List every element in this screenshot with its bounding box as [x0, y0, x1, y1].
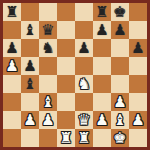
chess-board-frame: ♜♜♚♝♛♟♟♟♞♟♟♟♟♝♞♝♟♟♟♛♟♝♟♜♜♚ — [0, 0, 150, 150]
square-f5[interactable] — [93, 57, 111, 75]
square-a8[interactable]: ♜ — [3, 3, 21, 21]
square-b7[interactable]: ♝ — [21, 21, 39, 39]
square-g7[interactable]: ♟ — [111, 21, 129, 39]
black-pawn-icon: ♟ — [93, 21, 111, 39]
square-h8[interactable] — [129, 3, 147, 21]
square-d3[interactable] — [57, 93, 75, 111]
black-king-icon: ♚ — [111, 3, 129, 21]
square-d6[interactable] — [57, 39, 75, 57]
black-knight-icon: ♞ — [39, 39, 57, 57]
square-c5[interactable] — [39, 57, 57, 75]
square-d7[interactable] — [57, 21, 75, 39]
square-c1[interactable] — [39, 129, 57, 147]
square-e3[interactable] — [75, 93, 93, 111]
square-a2[interactable] — [3, 111, 21, 129]
square-b6[interactable] — [21, 39, 39, 57]
square-e2[interactable]: ♛ — [75, 111, 93, 129]
square-b2[interactable]: ♟ — [21, 111, 39, 129]
square-b8[interactable] — [21, 3, 39, 21]
black-rook-icon: ♜ — [93, 3, 111, 21]
square-a4[interactable] — [3, 75, 21, 93]
square-f8[interactable]: ♜ — [93, 3, 111, 21]
square-h5[interactable] — [129, 57, 147, 75]
square-b5[interactable]: ♟ — [21, 57, 39, 75]
square-a6[interactable]: ♟ — [3, 39, 21, 57]
square-h4[interactable] — [129, 75, 147, 93]
square-d1[interactable]: ♜ — [57, 129, 75, 147]
white-pawn-icon: ♟ — [3, 57, 21, 75]
square-e4[interactable]: ♞ — [75, 75, 93, 93]
square-h1[interactable] — [129, 129, 147, 147]
square-e1[interactable]: ♜ — [75, 129, 93, 147]
square-a5[interactable]: ♟ — [3, 57, 21, 75]
square-h6[interactable]: ♟ — [129, 39, 147, 57]
square-h7[interactable] — [129, 21, 147, 39]
square-h2[interactable]: ♟ — [129, 111, 147, 129]
white-rook-icon: ♜ — [75, 129, 93, 147]
white-pawn-icon: ♟ — [21, 111, 39, 129]
square-g6[interactable] — [111, 39, 129, 57]
square-f4[interactable] — [93, 75, 111, 93]
square-g5[interactable] — [111, 57, 129, 75]
square-d8[interactable] — [57, 3, 75, 21]
white-queen-icon: ♛ — [75, 111, 93, 129]
square-b1[interactable] — [21, 129, 39, 147]
white-knight-icon: ♞ — [75, 75, 93, 93]
white-pawn-icon: ♟ — [111, 93, 129, 111]
black-pawn-icon: ♟ — [21, 57, 39, 75]
black-pawn-icon: ♟ — [129, 39, 147, 57]
square-f7[interactable]: ♟ — [93, 21, 111, 39]
square-c2[interactable]: ♟ — [39, 111, 57, 129]
square-a1[interactable] — [3, 129, 21, 147]
square-g3[interactable]: ♟ — [111, 93, 129, 111]
square-g4[interactable] — [111, 75, 129, 93]
square-c8[interactable] — [39, 3, 57, 21]
square-d5[interactable] — [57, 57, 75, 75]
square-d4[interactable] — [57, 75, 75, 93]
square-b3[interactable] — [21, 93, 39, 111]
square-f1[interactable] — [93, 129, 111, 147]
white-bishop-icon: ♝ — [111, 111, 129, 129]
square-e8[interactable] — [75, 3, 93, 21]
square-g2[interactable]: ♝ — [111, 111, 129, 129]
square-f3[interactable] — [93, 93, 111, 111]
white-bishop-icon: ♝ — [39, 93, 57, 111]
square-f6[interactable] — [93, 39, 111, 57]
white-pawn-icon: ♟ — [129, 111, 147, 129]
white-rook-icon: ♜ — [57, 129, 75, 147]
square-c4[interactable] — [39, 75, 57, 93]
square-b4[interactable]: ♝ — [21, 75, 39, 93]
square-f2[interactable]: ♟ — [93, 111, 111, 129]
black-bishop-icon: ♝ — [21, 75, 39, 93]
black-rook-icon: ♜ — [3, 3, 21, 21]
square-d2[interactable] — [57, 111, 75, 129]
black-pawn-icon: ♟ — [3, 39, 21, 57]
square-g8[interactable]: ♚ — [111, 3, 129, 21]
white-pawn-icon: ♟ — [93, 111, 111, 129]
square-c6[interactable]: ♞ — [39, 39, 57, 57]
square-e7[interactable] — [75, 21, 93, 39]
chess-board: ♜♜♚♝♛♟♟♟♞♟♟♟♟♝♞♝♟♟♟♛♟♝♟♜♜♚ — [3, 3, 147, 147]
white-pawn-icon: ♟ — [39, 111, 57, 129]
square-g1[interactable]: ♚ — [111, 129, 129, 147]
black-pawn-icon: ♟ — [75, 39, 93, 57]
square-c7[interactable]: ♛ — [39, 21, 57, 39]
square-a7[interactable] — [3, 21, 21, 39]
square-h3[interactable] — [129, 93, 147, 111]
square-a3[interactable] — [3, 93, 21, 111]
square-e5[interactable] — [75, 57, 93, 75]
black-queen-icon: ♛ — [39, 21, 57, 39]
black-bishop-icon: ♝ — [21, 21, 39, 39]
black-pawn-icon: ♟ — [111, 21, 129, 39]
white-king-icon: ♚ — [111, 129, 129, 147]
square-e6[interactable]: ♟ — [75, 39, 93, 57]
square-c3[interactable]: ♝ — [39, 93, 57, 111]
